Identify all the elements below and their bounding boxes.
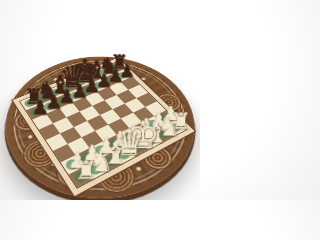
product-photo-scene: ♜♞♝♛♚♝♞♜♟♟♟♟♟♟♟♟♟♟♟♟♟♟♟♟♜♞♝♛♚♝♞♜ [0, 0, 200, 200]
rosette-ornament [100, 62, 125, 78]
board-3d-wrapper: ♜♞♝♛♚♝♞♜♟♟♟♟♟♟♟♟♟♟♟♟♟♟♟♟♜♞♝♛♚♝♞♜ [0, 57, 200, 199]
rosette-ornament [61, 65, 85, 80]
inlay-dot [89, 67, 93, 69]
square-a1[interactable]: ♜ [69, 167, 93, 187]
piece-black-pawn[interactable]: ♟ [18, 98, 62, 117]
piece-white-rook[interactable]: ♜ [60, 158, 112, 184]
